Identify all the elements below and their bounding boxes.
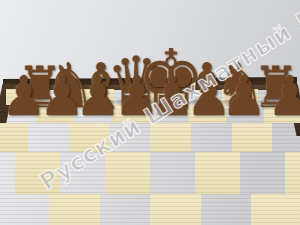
square-f4[interactable]: [201, 194, 252, 225]
square-h5[interactable]: [285, 152, 300, 194]
square-g4[interactable]: [251, 194, 300, 225]
square-c4[interactable]: [49, 194, 100, 225]
square-a5[interactable]: [0, 152, 15, 194]
square-f5[interactable]: [195, 152, 240, 194]
square-e5[interactable]: [150, 152, 195, 194]
square-g5[interactable]: [240, 152, 285, 194]
piece-black-pawn-h7[interactable]: ♟: [267, 69, 300, 124]
rank-row-4: [0, 194, 300, 225]
square-d4[interactable]: [100, 194, 151, 225]
chess-set-photo: ♜♞♝♛♚♝♞♜♟♟♟♟♟♟♟♟Русский Шахматный Дом: [0, 0, 300, 225]
square-b4[interactable]: [0, 194, 49, 225]
square-d5[interactable]: [105, 152, 150, 194]
square-e4[interactable]: [150, 194, 201, 225]
